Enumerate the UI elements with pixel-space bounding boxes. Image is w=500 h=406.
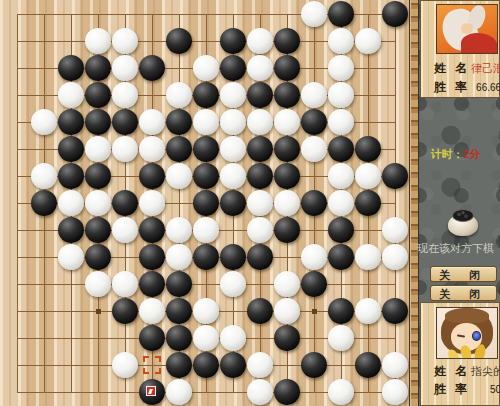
black-stone	[85, 82, 111, 108]
black-stone	[193, 82, 219, 108]
white-stone	[220, 82, 246, 108]
white-stone	[31, 109, 57, 135]
white-stone	[247, 55, 273, 81]
black-stone	[166, 109, 192, 135]
black-stone	[274, 82, 300, 108]
black-stone	[247, 244, 273, 270]
avatar-art	[461, 23, 473, 34]
white-stone	[139, 109, 165, 135]
bottom-player-avatar	[436, 307, 498, 359]
winrate-label: 胜 率	[434, 80, 470, 94]
white-stone	[166, 163, 192, 189]
white-stone	[274, 190, 300, 216]
white-stone	[220, 136, 246, 162]
white-stone	[328, 379, 354, 405]
black-stone	[58, 217, 84, 243]
star-point	[96, 309, 101, 314]
white-stone	[139, 190, 165, 216]
black-stones-bowl-icon	[448, 209, 478, 236]
black-stone	[355, 136, 381, 162]
goban[interactable]	[0, 0, 410, 406]
white-stone	[58, 190, 84, 216]
top-player-name: 律己浪花	[471, 61, 500, 75]
black-stone	[85, 217, 111, 243]
black-stone	[382, 1, 408, 27]
black-stone	[274, 136, 300, 162]
white-stone	[112, 217, 138, 243]
white-stone	[382, 352, 408, 378]
black-stone	[58, 163, 84, 189]
last-move-marker	[146, 386, 156, 396]
white-stone	[382, 217, 408, 243]
black-stone	[274, 379, 300, 405]
black-stone	[139, 271, 165, 297]
black-stone	[328, 1, 354, 27]
black-stone	[139, 325, 165, 351]
white-stone	[58, 82, 84, 108]
bottom-player-card: 姓 名 指尖的流沙 胜 率 50%	[420, 302, 500, 406]
black-stone	[355, 352, 381, 378]
white-stone	[193, 298, 219, 324]
black-stone	[328, 136, 354, 162]
white-stone	[193, 109, 219, 135]
white-stone	[301, 136, 327, 162]
black-stone	[166, 325, 192, 351]
timer-label: 计时：	[430, 148, 463, 160]
black-stone	[247, 163, 273, 189]
winrate-label: 胜 率	[434, 382, 470, 396]
white-stone	[112, 28, 138, 54]
black-stone	[247, 298, 273, 324]
black-stone	[247, 136, 273, 162]
white-stone	[301, 82, 327, 108]
white-stone	[112, 55, 138, 81]
top-player-avatar	[436, 4, 498, 54]
black-stone	[139, 217, 165, 243]
close-button-1[interactable]: 关 闭	[430, 266, 497, 282]
white-stone	[328, 55, 354, 81]
grid-line	[395, 14, 396, 393]
white-stone	[328, 190, 354, 216]
white-stone	[382, 379, 408, 405]
black-stone	[247, 82, 273, 108]
black-stone	[328, 217, 354, 243]
black-stone	[166, 352, 192, 378]
black-stone	[301, 190, 327, 216]
avatar-art	[445, 308, 489, 323]
black-stone	[58, 136, 84, 162]
white-stone	[193, 55, 219, 81]
white-stone	[220, 325, 246, 351]
black-stone	[193, 190, 219, 216]
white-stone	[274, 298, 300, 324]
black-stone	[112, 109, 138, 135]
black-stone	[274, 217, 300, 243]
timer-value: 2分	[463, 148, 480, 160]
white-stone	[112, 82, 138, 108]
close-button-2[interactable]: 关 闭	[430, 285, 497, 301]
name-label: 姓 名	[434, 61, 470, 75]
black-stone	[85, 244, 111, 270]
white-stone	[166, 82, 192, 108]
white-stone	[85, 28, 111, 54]
white-stone	[247, 352, 273, 378]
top-player-winrate: 66.66%	[476, 81, 500, 95]
white-stone	[193, 325, 219, 351]
white-stone	[247, 190, 273, 216]
white-stone	[328, 28, 354, 54]
white-stone	[382, 244, 408, 270]
black-stone	[193, 244, 219, 270]
white-stone	[58, 244, 84, 270]
turn-status-text: 现在该对方下棋	[411, 241, 500, 256]
black-stone	[220, 352, 246, 378]
black-stone	[139, 55, 165, 81]
star-point	[312, 309, 317, 314]
white-stone	[85, 271, 111, 297]
black-stone	[301, 352, 327, 378]
avatar-art	[461, 33, 497, 54]
white-stone	[355, 28, 381, 54]
black-stone	[220, 28, 246, 54]
black-stone	[274, 325, 300, 351]
white-stone	[220, 109, 246, 135]
white-stone	[112, 136, 138, 162]
white-stone	[139, 136, 165, 162]
white-stone	[166, 217, 192, 243]
black-stone	[301, 271, 327, 297]
black-stone	[274, 55, 300, 81]
black-stone	[139, 244, 165, 270]
black-stone	[328, 244, 354, 270]
black-stone	[220, 244, 246, 270]
white-stone	[112, 271, 138, 297]
black-stone	[85, 109, 111, 135]
white-stone	[274, 271, 300, 297]
black-stone	[139, 163, 165, 189]
black-stone	[166, 28, 192, 54]
game-window: 姓 名 律己浪花 胜 率 66.66% 计时：2分 现在该对方下棋 关 闭 关 …	[0, 0, 500, 406]
white-stone	[247, 28, 273, 54]
white-stone	[355, 298, 381, 324]
black-stone	[220, 55, 246, 81]
black-stone	[274, 28, 300, 54]
black-stone	[31, 190, 57, 216]
white-stone	[85, 136, 111, 162]
white-stone	[247, 217, 273, 243]
black-stone	[112, 190, 138, 216]
white-stone	[355, 163, 381, 189]
white-stone	[274, 109, 300, 135]
black-stone	[193, 163, 219, 189]
avatar-art	[472, 331, 481, 341]
black-stone	[301, 109, 327, 135]
white-stone	[301, 1, 327, 27]
black-stone	[58, 55, 84, 81]
white-stone	[328, 325, 354, 351]
white-stone	[85, 190, 111, 216]
white-stone	[166, 379, 192, 405]
white-stone	[247, 379, 273, 405]
top-player-card: 姓 名 律己浪花 胜 率 66.66%	[420, 0, 500, 98]
black-stone	[274, 163, 300, 189]
black-stone	[166, 136, 192, 162]
bottom-player-winrate: 50%	[490, 383, 500, 397]
black-stone	[85, 163, 111, 189]
black-stone	[58, 109, 84, 135]
white-stone	[193, 217, 219, 243]
white-stone	[328, 163, 354, 189]
grid-line	[17, 14, 18, 393]
bottom-player-name: 指尖的流沙	[471, 364, 500, 378]
black-stone	[382, 298, 408, 324]
white-stone	[31, 163, 57, 189]
white-stone	[166, 244, 192, 270]
white-stone	[112, 352, 138, 378]
white-stone	[220, 271, 246, 297]
white-stone	[220, 163, 246, 189]
sidebar: 姓 名 律己浪花 胜 率 66.66% 计时：2分 现在该对方下棋 关 闭 关 …	[411, 0, 500, 406]
black-stone	[166, 298, 192, 324]
white-stone	[328, 82, 354, 108]
white-stone	[247, 109, 273, 135]
white-stone	[301, 244, 327, 270]
name-label: 姓 名	[434, 364, 470, 378]
black-stone	[193, 352, 219, 378]
black-stone	[193, 136, 219, 162]
move-cursor-marker	[143, 356, 161, 374]
black-stone	[328, 298, 354, 324]
black-stone	[112, 298, 138, 324]
timer: 计时：2分	[411, 147, 500, 162]
black-stone	[220, 190, 246, 216]
white-stone	[328, 109, 354, 135]
black-stone	[355, 190, 381, 216]
black-stone	[85, 55, 111, 81]
bowl-stones	[452, 209, 474, 222]
white-stone	[139, 298, 165, 324]
sidebar-wood-strip	[411, 0, 419, 406]
black-stone	[382, 163, 408, 189]
white-stone	[355, 244, 381, 270]
black-stone	[166, 271, 192, 297]
